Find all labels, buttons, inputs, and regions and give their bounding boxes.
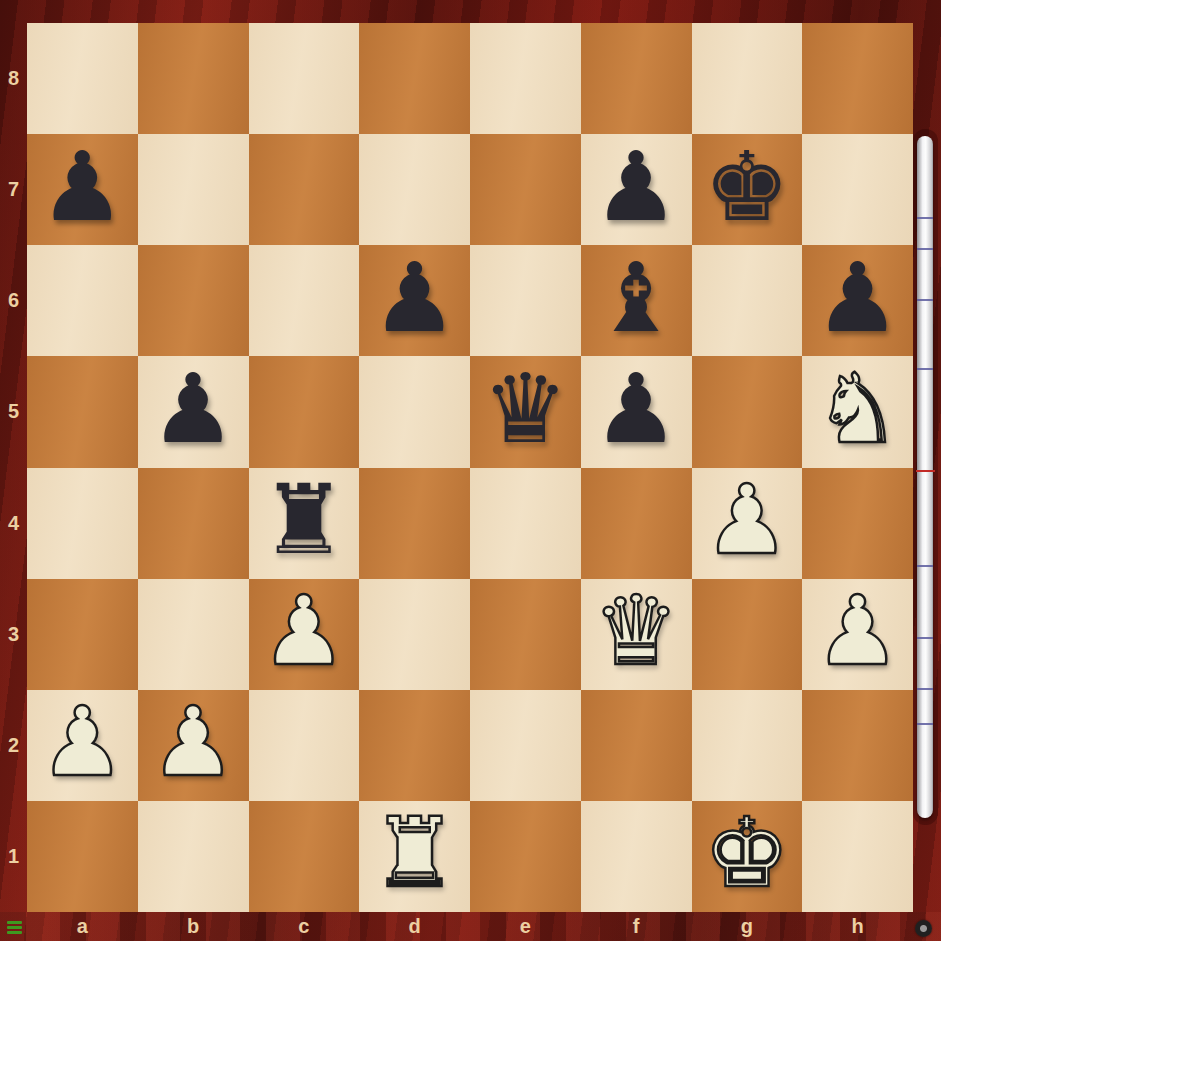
file-label-h: h — [802, 912, 913, 941]
piece-black-pawn[interactable]: ♟ — [593, 361, 679, 457]
square-c1[interactable] — [249, 801, 360, 912]
eval-tick — [917, 723, 933, 725]
eval-tick — [917, 688, 933, 690]
square-d5[interactable] — [359, 356, 470, 467]
square-e5[interactable]: ♛ — [470, 356, 581, 467]
square-g4[interactable]: ♟ — [692, 468, 803, 579]
square-a1[interactable] — [27, 801, 138, 912]
square-g8[interactable] — [692, 23, 803, 134]
square-h6[interactable]: ♟ — [802, 245, 913, 356]
square-f1[interactable] — [581, 801, 692, 912]
rank-labels: 87654321 — [0, 23, 27, 912]
piece-black-pawn[interactable]: ♟ — [39, 139, 125, 235]
eval-tick — [917, 565, 933, 567]
piece-black-queen[interactable]: ♛ — [482, 361, 568, 457]
piece-white-king[interactable]: ♚ — [704, 805, 790, 901]
square-c4[interactable]: ♜ — [249, 468, 360, 579]
piece-black-pawn[interactable]: ♟ — [372, 250, 458, 346]
piece-white-pawn[interactable]: ♟ — [39, 694, 125, 790]
square-e4[interactable] — [470, 468, 581, 579]
square-b4[interactable] — [138, 468, 249, 579]
square-d3[interactable] — [359, 579, 470, 690]
piece-black-pawn[interactable]: ♟ — [593, 139, 679, 235]
square-d6[interactable]: ♟ — [359, 245, 470, 356]
square-b3[interactable] — [138, 579, 249, 690]
square-g7[interactable]: ♚ — [692, 134, 803, 245]
square-f4[interactable] — [581, 468, 692, 579]
square-d2[interactable] — [359, 690, 470, 801]
file-label-b: b — [138, 912, 249, 941]
square-a7[interactable]: ♟ — [27, 134, 138, 245]
piece-white-pawn[interactable]: ♟ — [704, 472, 790, 568]
piece-black-king[interactable]: ♚ — [704, 139, 790, 235]
square-h2[interactable] — [802, 690, 913, 801]
file-label-f: f — [581, 912, 692, 941]
square-f8[interactable] — [581, 23, 692, 134]
rank-label-8: 8 — [0, 23, 27, 134]
eval-tick — [917, 217, 933, 219]
square-f6[interactable]: ♝ — [581, 245, 692, 356]
square-g6[interactable] — [692, 245, 803, 356]
square-e1[interactable] — [470, 801, 581, 912]
file-labels: abcdefgh — [27, 912, 913, 941]
piece-black-pawn[interactable]: ♟ — [815, 250, 901, 346]
piece-black-pawn[interactable]: ♟ — [150, 361, 236, 457]
square-g1[interactable]: ♚ — [692, 801, 803, 912]
square-a8[interactable] — [27, 23, 138, 134]
square-b8[interactable] — [138, 23, 249, 134]
piece-white-pawn[interactable]: ♟ — [261, 583, 347, 679]
file-label-g: g — [692, 912, 803, 941]
menu-bar — [7, 926, 22, 929]
square-f3[interactable]: ♛ — [581, 579, 692, 690]
square-c7[interactable] — [249, 134, 360, 245]
chess-app-window: ♟♟♚♟♝♟♟♛♟♞♜♟♟♛♟♟♟♜♚ 87654321 abcdefgh — [0, 0, 1200, 1065]
rank-label-5: 5 — [0, 356, 27, 467]
circle-icon[interactable] — [915, 920, 932, 937]
rank-label-4: 4 — [0, 468, 27, 579]
square-d7[interactable] — [359, 134, 470, 245]
eval-tick — [917, 368, 933, 370]
file-label-d: d — [359, 912, 470, 941]
square-h5[interactable]: ♞ — [802, 356, 913, 467]
square-d1[interactable]: ♜ — [359, 801, 470, 912]
piece-black-bishop[interactable]: ♝ — [593, 250, 679, 346]
menu-icon[interactable] — [7, 921, 22, 934]
eval-bar — [917, 136, 933, 818]
square-g5[interactable] — [692, 356, 803, 467]
square-a4[interactable] — [27, 468, 138, 579]
eval-center-line — [916, 470, 935, 472]
rank-label-7: 7 — [0, 134, 27, 245]
piece-black-rook[interactable]: ♜ — [261, 472, 347, 568]
square-f2[interactable] — [581, 690, 692, 801]
piece-white-pawn[interactable]: ♟ — [815, 583, 901, 679]
square-c2[interactable] — [249, 690, 360, 801]
square-a6[interactable] — [27, 245, 138, 356]
eval-tick — [917, 637, 933, 639]
file-label-e: e — [470, 912, 581, 941]
square-h3[interactable]: ♟ — [802, 579, 913, 690]
square-b1[interactable] — [138, 801, 249, 912]
rank-label-6: 6 — [0, 245, 27, 356]
piece-white-knight[interactable]: ♞ — [815, 361, 901, 457]
square-e6[interactable] — [470, 245, 581, 356]
piece-white-pawn[interactable]: ♟ — [150, 694, 236, 790]
square-c8[interactable] — [249, 23, 360, 134]
square-h7[interactable] — [802, 134, 913, 245]
square-d8[interactable] — [359, 23, 470, 134]
rank-label-1: 1 — [0, 801, 27, 912]
eval-tick — [917, 248, 933, 250]
chess-board: ♟♟♚♟♝♟♟♛♟♞♜♟♟♛♟♟♟♜♚ — [27, 23, 913, 912]
square-g2[interactable] — [692, 690, 803, 801]
piece-white-rook[interactable]: ♜ — [372, 805, 458, 901]
square-c3[interactable]: ♟ — [249, 579, 360, 690]
square-b7[interactable] — [138, 134, 249, 245]
menu-bar — [7, 931, 22, 934]
file-label-c: c — [249, 912, 360, 941]
square-h1[interactable] — [802, 801, 913, 912]
square-a3[interactable] — [27, 579, 138, 690]
rank-label-3: 3 — [0, 579, 27, 690]
piece-white-queen[interactable]: ♛ — [593, 583, 679, 679]
eval-tick — [917, 299, 933, 301]
square-f7[interactable]: ♟ — [581, 134, 692, 245]
square-e8[interactable] — [470, 23, 581, 134]
menu-bar — [7, 921, 22, 924]
square-a2[interactable]: ♟ — [27, 690, 138, 801]
square-b2[interactable]: ♟ — [138, 690, 249, 801]
square-e3[interactable] — [470, 579, 581, 690]
square-a5[interactable] — [27, 356, 138, 467]
rank-label-2: 2 — [0, 690, 27, 801]
square-g3[interactable] — [692, 579, 803, 690]
square-e7[interactable] — [470, 134, 581, 245]
file-label-a: a — [27, 912, 138, 941]
square-e2[interactable] — [470, 690, 581, 801]
square-b5[interactable]: ♟ — [138, 356, 249, 467]
square-c6[interactable] — [249, 245, 360, 356]
square-h4[interactable] — [802, 468, 913, 579]
square-c5[interactable] — [249, 356, 360, 467]
square-b6[interactable] — [138, 245, 249, 356]
square-f5[interactable]: ♟ — [581, 356, 692, 467]
square-h8[interactable] — [802, 23, 913, 134]
square-d4[interactable] — [359, 468, 470, 579]
